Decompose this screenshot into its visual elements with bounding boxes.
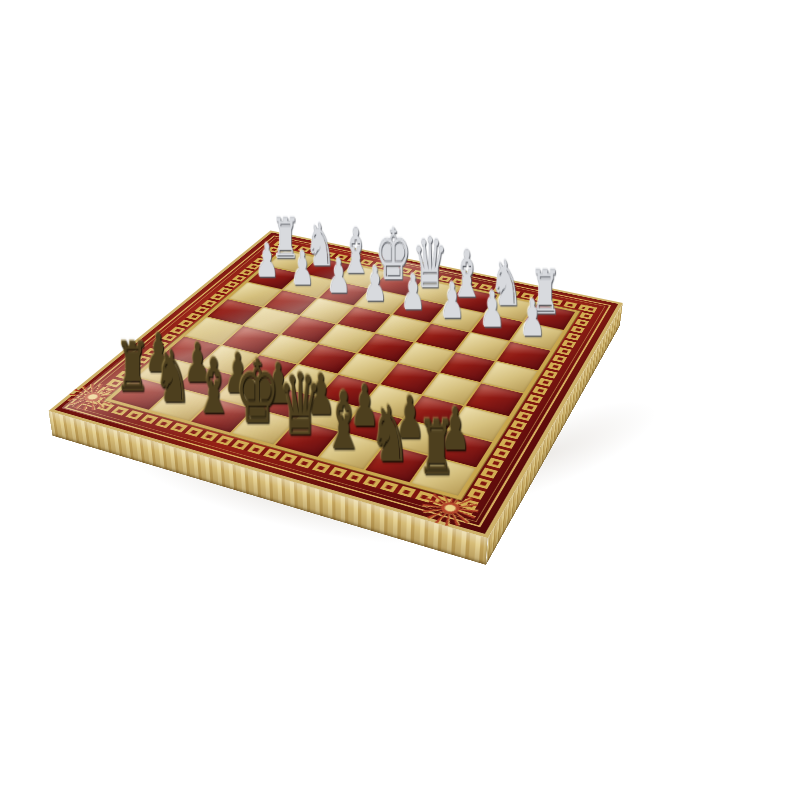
scene-3d: ♜♞♝♚♛♝♞♜♟♟♟♟♟♟♟♟♟♟♟♟♟♟♟♟♜♞♝♚♛♝♞♜	[0, 0, 800, 800]
piece-white-queen: ♛	[412, 229, 445, 298]
square	[278, 365, 336, 396]
board-border: ♜♞♝♚♛♝♞♜♟♟♟♟♟♟♟♟♟♟♟♟♟♟♟♟♜♞♝♚♛♝♞♜	[48, 231, 622, 539]
piece-white-bishop: ♝	[450, 242, 483, 307]
square	[185, 317, 241, 344]
photo-backdrop: ♜♞♝♚♛♝♞♜♟♟♟♟♟♟♟♟♟♟♟♟♟♟♟♟♜♞♝♚♛♝♞♜	[0, 0, 800, 800]
piece-black-rook: ♜	[114, 334, 152, 401]
piece-white-rook: ♜	[270, 212, 301, 268]
piece-white-knight: ♞	[304, 216, 336, 275]
piece-white-rook: ♜	[529, 263, 563, 323]
piece-white-knight: ♞	[489, 252, 523, 315]
piece-white-king: ♚	[376, 219, 408, 290]
chess-board: ♜♞♝♚♛♝♞♜♟♟♟♟♟♟♟♟♟♟♟♟♟♟♟♟♜♞♝♚♛♝♞♜	[48, 231, 622, 539]
piece-white-bishop: ♝	[340, 220, 372, 282]
